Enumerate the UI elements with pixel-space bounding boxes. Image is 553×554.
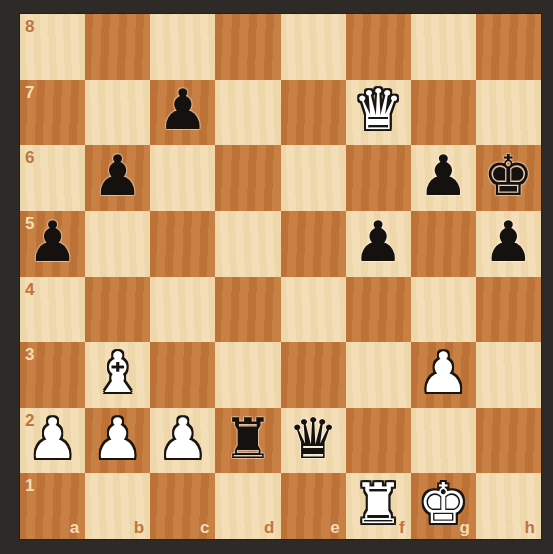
- file-label-a: a: [70, 519, 79, 536]
- square-b1[interactable]: b: [85, 473, 150, 539]
- square-d6[interactable]: [215, 145, 280, 211]
- square-b6[interactable]: ♟: [85, 145, 150, 211]
- black-pawn-icon[interactable]: ♟: [353, 214, 403, 270]
- square-a5[interactable]: 5♟: [20, 211, 85, 277]
- square-h7[interactable]: [476, 80, 541, 146]
- square-a6[interactable]: 6: [20, 145, 85, 211]
- square-c3[interactable]: [150, 342, 215, 408]
- square-f7[interactable]: ♛: [346, 80, 411, 146]
- rank-label-1: 1: [25, 477, 34, 494]
- square-b4[interactable]: [85, 277, 150, 343]
- black-pawn-icon[interactable]: ♟: [483, 214, 533, 270]
- square-f1[interactable]: f♜: [346, 473, 411, 539]
- square-c4[interactable]: [150, 277, 215, 343]
- square-c8[interactable]: [150, 14, 215, 80]
- square-e4[interactable]: [281, 277, 346, 343]
- square-d3[interactable]: [215, 342, 280, 408]
- square-d8[interactable]: [215, 14, 280, 80]
- square-a4[interactable]: 4: [20, 277, 85, 343]
- square-f2[interactable]: [346, 408, 411, 474]
- square-h8[interactable]: [476, 14, 541, 80]
- square-f6[interactable]: [346, 145, 411, 211]
- chess-app-window: 87♟♛6♟♟♚5♟♟♟43♝♟2♟♟♟♜♛1abcdef♜g♚h: [0, 0, 553, 554]
- square-a1[interactable]: 1a: [20, 473, 85, 539]
- rank-label-7: 7: [25, 84, 34, 101]
- black-pawn-icon[interactable]: ♟: [158, 82, 208, 138]
- square-g7[interactable]: [411, 80, 476, 146]
- white-pawn-icon[interactable]: ♟: [418, 345, 468, 401]
- file-label-c: c: [200, 519, 209, 536]
- square-g4[interactable]: [411, 277, 476, 343]
- rank-label-3: 3: [25, 346, 34, 363]
- square-d1[interactable]: d: [215, 473, 280, 539]
- square-f3[interactable]: [346, 342, 411, 408]
- square-c6[interactable]: [150, 145, 215, 211]
- square-f8[interactable]: [346, 14, 411, 80]
- black-pawn-icon[interactable]: ♟: [418, 148, 468, 204]
- black-pawn-icon[interactable]: ♟: [27, 214, 77, 270]
- square-d4[interactable]: [215, 277, 280, 343]
- square-h2[interactable]: [476, 408, 541, 474]
- square-b5[interactable]: [85, 211, 150, 277]
- file-label-e: e: [330, 519, 339, 536]
- white-bishop-icon[interactable]: ♝: [93, 345, 143, 401]
- square-b8[interactable]: [85, 14, 150, 80]
- white-queen-icon[interactable]: ♛: [353, 82, 403, 138]
- square-h5[interactable]: ♟: [476, 211, 541, 277]
- square-h4[interactable]: [476, 277, 541, 343]
- square-g2[interactable]: [411, 408, 476, 474]
- square-g1[interactable]: g♚: [411, 473, 476, 539]
- square-f5[interactable]: ♟: [346, 211, 411, 277]
- square-f4[interactable]: [346, 277, 411, 343]
- chess-board: 87♟♛6♟♟♚5♟♟♟43♝♟2♟♟♟♜♛1abcdef♜g♚h: [20, 14, 541, 539]
- rank-label-6: 6: [25, 149, 34, 166]
- square-e5[interactable]: [281, 211, 346, 277]
- square-b2[interactable]: ♟: [85, 408, 150, 474]
- square-g8[interactable]: [411, 14, 476, 80]
- square-d2[interactable]: ♜: [215, 408, 280, 474]
- square-e1[interactable]: e: [281, 473, 346, 539]
- file-label-b: b: [134, 519, 144, 536]
- square-c7[interactable]: ♟: [150, 80, 215, 146]
- black-king-icon[interactable]: ♚: [483, 148, 533, 204]
- square-b7[interactable]: [85, 80, 150, 146]
- file-label-h: h: [525, 519, 535, 536]
- black-pawn-icon[interactable]: ♟: [93, 148, 143, 204]
- square-a7[interactable]: 7: [20, 80, 85, 146]
- square-a2[interactable]: 2♟: [20, 408, 85, 474]
- square-e6[interactable]: [281, 145, 346, 211]
- square-e2[interactable]: ♛: [281, 408, 346, 474]
- square-h3[interactable]: [476, 342, 541, 408]
- square-a3[interactable]: 3: [20, 342, 85, 408]
- square-g6[interactable]: ♟: [411, 145, 476, 211]
- square-d7[interactable]: [215, 80, 280, 146]
- file-label-d: d: [264, 519, 274, 536]
- rank-label-8: 8: [25, 18, 34, 35]
- white-rook-icon[interactable]: ♜: [353, 476, 403, 532]
- square-a8[interactable]: 8: [20, 14, 85, 80]
- white-pawn-icon[interactable]: ♟: [27, 411, 77, 467]
- black-rook-icon[interactable]: ♜: [223, 411, 273, 467]
- white-king-icon[interactable]: ♚: [418, 476, 468, 532]
- white-pawn-icon[interactable]: ♟: [158, 411, 208, 467]
- black-queen-icon[interactable]: ♛: [288, 411, 338, 467]
- white-pawn-icon[interactable]: ♟: [93, 411, 143, 467]
- square-e7[interactable]: [281, 80, 346, 146]
- rank-label-4: 4: [25, 281, 34, 298]
- square-b3[interactable]: ♝: [85, 342, 150, 408]
- square-h1[interactable]: h: [476, 473, 541, 539]
- square-g3[interactable]: ♟: [411, 342, 476, 408]
- square-d5[interactable]: [215, 211, 280, 277]
- square-g5[interactable]: [411, 211, 476, 277]
- square-c5[interactable]: [150, 211, 215, 277]
- square-c1[interactable]: c: [150, 473, 215, 539]
- square-h6[interactable]: ♚: [476, 145, 541, 211]
- square-e8[interactable]: [281, 14, 346, 80]
- square-c2[interactable]: ♟: [150, 408, 215, 474]
- square-e3[interactable]: [281, 342, 346, 408]
